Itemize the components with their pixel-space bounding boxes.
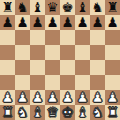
square-h2[interactable]: ♟ — [105, 90, 120, 105]
square-d7[interactable]: ♟ — [45, 15, 60, 30]
square-e6[interactable] — [60, 30, 75, 45]
square-h7[interactable]: ♟ — [105, 15, 120, 30]
square-g1[interactable]: ♞ — [90, 105, 105, 120]
square-f3[interactable] — [75, 75, 90, 90]
square-f7[interactable]: ♟ — [75, 15, 90, 30]
square-a7[interactable]: ♟ — [0, 15, 15, 30]
square-d8[interactable]: ♛ — [45, 0, 60, 15]
white-pawn[interactable]: ♟ — [46, 90, 58, 105]
square-e5[interactable] — [60, 45, 75, 60]
square-g8[interactable]: ♞ — [90, 0, 105, 15]
white-queen[interactable]: ♛ — [46, 105, 58, 120]
square-b7[interactable]: ♟ — [15, 15, 30, 30]
square-a2[interactable]: ♟ — [0, 90, 15, 105]
white-king[interactable]: ♚ — [61, 105, 73, 120]
square-b4[interactable] — [15, 60, 30, 75]
white-knight[interactable]: ♞ — [16, 105, 28, 120]
square-b6[interactable] — [15, 30, 30, 45]
black-pawn[interactable]: ♟ — [16, 15, 28, 30]
square-a3[interactable] — [0, 75, 15, 90]
square-c5[interactable] — [30, 45, 45, 60]
square-b1[interactable]: ♞ — [15, 105, 30, 120]
square-h4[interactable] — [105, 60, 120, 75]
square-h3[interactable] — [105, 75, 120, 90]
square-d3[interactable] — [45, 75, 60, 90]
black-queen[interactable]: ♛ — [46, 0, 58, 15]
black-rook[interactable]: ♜ — [106, 0, 118, 15]
square-d5[interactable] — [45, 45, 60, 60]
black-pawn[interactable]: ♟ — [1, 15, 13, 30]
square-c1[interactable]: ♝ — [30, 105, 45, 120]
square-f6[interactable] — [75, 30, 90, 45]
black-knight[interactable]: ♞ — [16, 0, 28, 15]
black-bishop[interactable]: ♝ — [76, 0, 88, 15]
square-g3[interactable] — [90, 75, 105, 90]
black-rook[interactable]: ♜ — [1, 0, 13, 15]
square-g2[interactable]: ♟ — [90, 90, 105, 105]
square-a8[interactable]: ♜ — [0, 0, 15, 15]
white-pawn[interactable]: ♟ — [16, 90, 28, 105]
black-pawn[interactable]: ♟ — [91, 15, 103, 30]
square-c3[interactable] — [30, 75, 45, 90]
square-d2[interactable]: ♟ — [45, 90, 60, 105]
square-a4[interactable] — [0, 60, 15, 75]
black-pawn[interactable]: ♟ — [106, 15, 118, 30]
square-c2[interactable]: ♟ — [30, 90, 45, 105]
square-e4[interactable] — [60, 60, 75, 75]
square-e2[interactable]: ♟ — [60, 90, 75, 105]
square-f8[interactable]: ♝ — [75, 0, 90, 15]
square-f2[interactable]: ♟ — [75, 90, 90, 105]
square-a1[interactable]: ♜ — [0, 105, 15, 120]
square-h1[interactable]: ♜ — [105, 105, 120, 120]
black-pawn[interactable]: ♟ — [46, 15, 58, 30]
square-c7[interactable]: ♟ — [30, 15, 45, 30]
square-h6[interactable] — [105, 30, 120, 45]
square-c4[interactable] — [30, 60, 45, 75]
white-pawn[interactable]: ♟ — [91, 90, 103, 105]
white-pawn[interactable]: ♟ — [1, 90, 13, 105]
white-pawn[interactable]: ♟ — [61, 90, 73, 105]
square-f4[interactable] — [75, 60, 90, 75]
square-h8[interactable]: ♜ — [105, 0, 120, 15]
square-b3[interactable] — [15, 75, 30, 90]
white-rook[interactable]: ♜ — [1, 105, 13, 120]
black-king[interactable]: ♚ — [61, 0, 73, 15]
square-g6[interactable] — [90, 30, 105, 45]
black-pawn[interactable]: ♟ — [31, 15, 43, 30]
square-g5[interactable] — [90, 45, 105, 60]
square-a6[interactable] — [0, 30, 15, 45]
square-d4[interactable] — [45, 60, 60, 75]
black-pawn[interactable]: ♟ — [76, 15, 88, 30]
white-pawn[interactable]: ♟ — [31, 90, 43, 105]
square-d6[interactable] — [45, 30, 60, 45]
square-g4[interactable] — [90, 60, 105, 75]
white-pawn[interactable]: ♟ — [106, 90, 118, 105]
square-f5[interactable] — [75, 45, 90, 60]
white-pawn[interactable]: ♟ — [76, 90, 88, 105]
black-bishop[interactable]: ♝ — [31, 0, 43, 15]
black-pawn[interactable]: ♟ — [61, 15, 73, 30]
square-c6[interactable] — [30, 30, 45, 45]
chess-board: ♜♞♝♛♚♝♞♜♟♟♟♟♟♟♟♟♟♟♟♟♟♟♟♟♜♞♝♛♚♝♞♜ — [0, 0, 120, 120]
square-c8[interactable]: ♝ — [30, 0, 45, 15]
white-rook[interactable]: ♜ — [106, 105, 118, 120]
black-knight[interactable]: ♞ — [91, 0, 103, 15]
white-bishop[interactable]: ♝ — [31, 105, 43, 120]
square-e7[interactable]: ♟ — [60, 15, 75, 30]
square-g7[interactable]: ♟ — [90, 15, 105, 30]
square-f1[interactable]: ♝ — [75, 105, 90, 120]
square-e3[interactable] — [60, 75, 75, 90]
square-a5[interactable] — [0, 45, 15, 60]
white-knight[interactable]: ♞ — [91, 105, 103, 120]
square-h5[interactable] — [105, 45, 120, 60]
square-e8[interactable]: ♚ — [60, 0, 75, 15]
square-d1[interactable]: ♛ — [45, 105, 60, 120]
square-e1[interactable]: ♚ — [60, 105, 75, 120]
square-b2[interactable]: ♟ — [15, 90, 30, 105]
square-b5[interactable] — [15, 45, 30, 60]
square-b8[interactable]: ♞ — [15, 0, 30, 15]
white-bishop[interactable]: ♝ — [76, 105, 88, 120]
